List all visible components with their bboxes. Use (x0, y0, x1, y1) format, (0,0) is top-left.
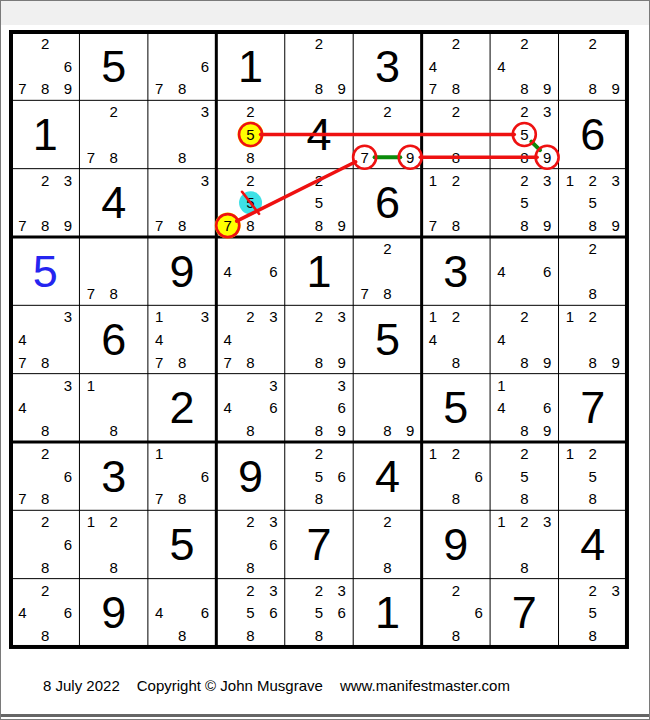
candidate-grid: 258 (216, 100, 284, 168)
candidate-grid: 1278 (422, 169, 490, 237)
candidate-7: 7 (148, 214, 171, 237)
candidate-9: 9 (536, 419, 559, 442)
candidate-6: 6 (330, 396, 353, 419)
cell-r4c7[interactable]: 3 (422, 237, 490, 305)
candidate-1: 1 (422, 305, 445, 328)
candidate-9: 9 (330, 419, 353, 442)
candidate-6 (330, 191, 353, 214)
candidate-4 (559, 601, 582, 624)
candidate-5 (34, 328, 57, 351)
cell-r7c4[interactable]: 9 (216, 442, 284, 510)
candidate-4: 4 (490, 260, 513, 283)
candidate-1 (285, 169, 308, 192)
cell-r4c5[interactable]: 1 (285, 237, 353, 305)
candidate-4 (559, 465, 582, 488)
cell-r8c1[interactable]: 268 (11, 510, 79, 578)
candidate-4 (285, 191, 308, 214)
candidate-1: 1 (79, 510, 102, 533)
candidate-2 (171, 579, 194, 602)
candidate-7 (11, 556, 34, 579)
solved-digit: 3 (375, 44, 400, 89)
candidate-2: 2 (513, 169, 536, 192)
cell-r3c7[interactable]: 1278 (422, 169, 490, 237)
candidate-1 (11, 579, 34, 602)
cell-r1c9[interactable]: 289 (559, 32, 627, 100)
cell-r7c7[interactable]: 1268 (422, 442, 490, 510)
bottom-bar (1, 714, 649, 717)
candidate-2: 2 (581, 305, 604, 328)
cell-r2c8[interactable]: 23589 (490, 100, 558, 168)
candidate-4 (559, 260, 582, 283)
candidate-7 (422, 351, 445, 374)
candidate-grid: 1258 (559, 442, 627, 510)
candidate-1: 1 (148, 442, 171, 465)
solved-digit: 4 (580, 522, 605, 567)
cell-r6c9[interactable]: 7 (559, 374, 627, 442)
candidate-2 (308, 374, 331, 397)
candidate-1 (11, 32, 34, 55)
cell-r4c9[interactable]: 28 (559, 237, 627, 305)
candidate-6: 6 (57, 55, 80, 78)
cell-r1c5[interactable]: 289 (285, 32, 353, 100)
candidate-9: 9 (330, 214, 353, 237)
candidate-3 (536, 442, 559, 465)
candidate-7: 7 (148, 351, 171, 374)
cell-r5c2[interactable]: 6 (79, 305, 147, 373)
cell-r3c6[interactable]: 6 (353, 169, 421, 237)
candidate-6 (194, 123, 217, 146)
candidate-9 (467, 146, 490, 169)
candidate-8: 8 (376, 556, 399, 579)
cell-r5c9[interactable]: 1289 (559, 305, 627, 373)
candidate-3 (57, 510, 80, 533)
candidate-5 (239, 396, 262, 419)
candidate-7 (11, 419, 34, 442)
cell-r5c3[interactable]: 13478 (148, 305, 216, 373)
candidate-7 (559, 488, 582, 511)
cell-r3c8[interactable]: 23589 (490, 169, 558, 237)
cell-r1c3[interactable]: 678 (148, 32, 216, 100)
candidate-1 (353, 237, 376, 260)
candidate-1 (285, 579, 308, 602)
candidate-5 (513, 55, 536, 78)
cell-r1c7[interactable]: 2478 (422, 32, 490, 100)
candidate-8: 8 (308, 488, 331, 511)
solved-digit: 6 (580, 112, 605, 157)
cell-r4c1[interactable]: 5 (11, 237, 79, 305)
sudoku-board: 2678956781289324782489289127838258427928… (11, 32, 627, 647)
candidate-2 (171, 100, 194, 123)
candidate-grid: 128 (79, 510, 147, 578)
cell-r9c2[interactable]: 9 (79, 579, 147, 647)
candidate-6 (604, 191, 627, 214)
cell-r6c5[interactable]: 3689 (285, 374, 353, 442)
cell-r2c3[interactable]: 38 (148, 100, 216, 168)
solved-digit: 9 (443, 522, 468, 567)
candidate-3 (604, 305, 627, 328)
candidate-1 (216, 100, 239, 123)
cell-r5c8[interactable]: 2489 (490, 305, 558, 373)
candidate-8: 8 (239, 351, 262, 374)
cell-r8c3[interactable]: 5 (148, 510, 216, 578)
solved-digit: 1 (238, 44, 263, 89)
cell-r2c5[interactable]: 4 (285, 100, 353, 168)
candidate-4 (353, 123, 376, 146)
candidate-4: 4 (490, 396, 513, 419)
candidate-grid: 2578 (216, 169, 284, 237)
cell-r9c4[interactable]: 23568 (216, 579, 284, 647)
candidate-2: 2 (34, 32, 57, 55)
cell-r9c9[interactable]: 2358 (559, 579, 627, 647)
candidate-1: 1 (559, 442, 582, 465)
candidate-3 (536, 305, 559, 328)
candidate-grid: 2389 (285, 305, 353, 373)
candidate-1 (148, 169, 171, 192)
candidate-4: 4 (422, 328, 445, 351)
cell-r3c4[interactable]: 2578 (216, 169, 284, 237)
cell-r3c3[interactable]: 378 (148, 169, 216, 237)
candidate-1: 1 (422, 169, 445, 192)
candidate-1: 1 (148, 305, 171, 328)
candidate-9: 9 (57, 214, 80, 237)
candidate-7 (11, 624, 34, 647)
candidate-8: 8 (239, 556, 262, 579)
candidate-9: 9 (330, 78, 353, 101)
cell-r6c4[interactable]: 3468 (216, 374, 284, 442)
candidate-grid: 2678 (11, 442, 79, 510)
candidate-grid: 28 (559, 237, 627, 305)
candidate-4 (490, 123, 513, 146)
candidate-6 (262, 328, 285, 351)
candidate-8: 8 (376, 419, 399, 442)
candidate-8: 8 (171, 146, 194, 169)
candidate-3 (399, 374, 422, 397)
cell-r7c1[interactable]: 2678 (11, 442, 79, 510)
candidate-3: 3 (330, 579, 353, 602)
candidate-3: 3 (262, 579, 285, 602)
candidate-grid: 13478 (148, 305, 216, 373)
candidate-5: 5 (581, 465, 604, 488)
cell-r6c3[interactable]: 2 (148, 374, 216, 442)
solved-digit: 9 (238, 454, 263, 499)
candidate-5: 5 (239, 191, 262, 214)
solved-digit: 1 (306, 249, 331, 294)
candidate-5 (513, 396, 536, 419)
solved-digit: 4 (306, 112, 331, 157)
candidate-3 (604, 32, 627, 55)
cell-r1c2[interactable]: 5 (79, 32, 147, 100)
cell-r8c8[interactable]: 1238 (490, 510, 558, 578)
cell-r2c7[interactable]: 28 (422, 100, 490, 168)
candidate-5 (444, 465, 467, 488)
cell-r2c1[interactable]: 1 (11, 100, 79, 168)
candidate-2 (376, 374, 399, 397)
cell-r2c2[interactable]: 278 (79, 100, 147, 168)
cell-r5c5[interactable]: 2389 (285, 305, 353, 373)
cell-r9c6[interactable]: 1 (353, 579, 421, 647)
candidate-6 (536, 55, 559, 78)
candidate-9 (467, 214, 490, 237)
candidate-7: 7 (422, 214, 445, 237)
candidate-5 (34, 601, 57, 624)
cell-r1c8[interactable]: 2489 (490, 32, 558, 100)
candidate-2: 2 (513, 442, 536, 465)
candidate-4: 4 (216, 328, 239, 351)
cell-r9c3[interactable]: 468 (148, 579, 216, 647)
candidate-4: 4 (11, 601, 34, 624)
candidate-1 (353, 374, 376, 397)
cell-r9c5[interactable]: 23568 (285, 579, 353, 647)
candidate-1 (285, 442, 308, 465)
candidate-6 (125, 533, 148, 556)
candidate-8: 8 (444, 214, 467, 237)
candidate-6 (604, 55, 627, 78)
candidate-8: 8 (34, 624, 57, 647)
candidate-6 (536, 191, 559, 214)
candidate-1 (216, 579, 239, 602)
candidate-2 (239, 374, 262, 397)
candidate-2 (513, 237, 536, 260)
candidate-grid: 28 (422, 100, 490, 168)
solved-digit: 5 (375, 317, 400, 362)
candidate-9 (262, 351, 285, 374)
cell-r2c9[interactable]: 6 (559, 100, 627, 168)
cell-r4c4[interactable]: 46 (216, 237, 284, 305)
candidate-4 (148, 191, 171, 214)
candidate-9: 9 (57, 78, 80, 101)
candidate-4 (490, 533, 513, 556)
cell-r7c6[interactable]: 4 (353, 442, 421, 510)
candidate-6: 6 (262, 396, 285, 419)
candidate-grid: 378 (148, 169, 216, 237)
candidate-6: 6 (194, 55, 217, 78)
candidate-6 (536, 533, 559, 556)
candidate-9 (57, 624, 80, 647)
cell-r2c4[interactable]: 258 (216, 100, 284, 168)
candidate-5 (102, 396, 125, 419)
candidate-6 (604, 260, 627, 283)
candidate-9 (399, 283, 422, 306)
cell-r3c2[interactable]: 4 (79, 169, 147, 237)
candidate-3 (125, 374, 148, 397)
cell-r6c2[interactable]: 18 (79, 374, 147, 442)
cell-r9c7[interactable]: 268 (422, 579, 490, 647)
candidate-7 (353, 556, 376, 579)
cell-r1c4[interactable]: 1 (216, 32, 284, 100)
cell-r2c6[interactable]: 279 (353, 100, 421, 168)
candidate-9: 9 (536, 78, 559, 101)
cell-r4c6[interactable]: 278 (353, 237, 421, 305)
candidate-3 (194, 32, 217, 55)
cell-r7c3[interactable]: 1678 (148, 442, 216, 510)
candidate-4 (490, 465, 513, 488)
candidate-6 (125, 260, 148, 283)
candidate-grid: 2358 (559, 579, 627, 647)
cell-r3c5[interactable]: 2589 (285, 169, 353, 237)
candidate-7 (490, 78, 513, 101)
candidate-4 (79, 533, 102, 556)
candidate-2: 2 (34, 579, 57, 602)
candidate-2: 2 (444, 169, 467, 192)
candidate-grid: 3689 (285, 374, 353, 442)
candidate-1 (353, 510, 376, 533)
candidate-6 (125, 123, 148, 146)
cell-r6c7[interactable]: 5 (422, 374, 490, 442)
candidate-8: 8 (34, 419, 57, 442)
cell-r7c5[interactable]: 2568 (285, 442, 353, 510)
cell-r5c6[interactable]: 5 (353, 305, 421, 373)
candidate-1: 1 (559, 169, 582, 192)
candidate-5 (308, 396, 331, 419)
cell-r8c5[interactable]: 7 (285, 510, 353, 578)
cell-r4c2[interactable]: 78 (79, 237, 147, 305)
candidate-6 (262, 123, 285, 146)
candidate-2: 2 (581, 579, 604, 602)
cell-r5c4[interactable]: 23478 (216, 305, 284, 373)
candidate-grid: 28 (353, 510, 421, 578)
candidate-8: 8 (308, 624, 331, 647)
candidate-7 (148, 624, 171, 647)
candidate-grid: 278 (79, 100, 147, 168)
candidate-9 (194, 488, 217, 511)
candidate-5 (444, 55, 467, 78)
candidate-8: 8 (239, 214, 262, 237)
cell-r3c1[interactable]: 23789 (11, 169, 79, 237)
candidate-4 (422, 601, 445, 624)
candidate-grid: 2468 (11, 579, 79, 647)
candidate-5 (308, 328, 331, 351)
candidate-6 (536, 465, 559, 488)
candidate-grid: 2368 (216, 510, 284, 578)
candidate-2: 2 (34, 510, 57, 533)
cell-r7c8[interactable]: 258 (490, 442, 558, 510)
candidate-4: 4 (148, 601, 171, 624)
candidate-3 (536, 237, 559, 260)
candidate-1 (559, 32, 582, 55)
candidate-5 (171, 601, 194, 624)
cell-r8c7[interactable]: 9 (422, 510, 490, 578)
candidate-grid: 26789 (11, 32, 79, 100)
cell-r6c8[interactable]: 14689 (490, 374, 558, 442)
candidate-4 (216, 123, 239, 146)
candidate-1 (490, 442, 513, 465)
candidate-6 (467, 328, 490, 351)
cell-r7c9[interactable]: 1258 (559, 442, 627, 510)
candidate-5 (171, 123, 194, 146)
cell-r1c6[interactable]: 3 (353, 32, 421, 100)
candidate-6: 6 (57, 601, 80, 624)
cell-r6c6[interactable]: 89 (353, 374, 421, 442)
candidate-grid: 46 (216, 237, 284, 305)
candidate-9: 9 (330, 351, 353, 374)
candidate-7 (353, 419, 376, 442)
candidate-7 (285, 78, 308, 101)
cell-r6c1[interactable]: 348 (11, 374, 79, 442)
candidate-2: 2 (376, 237, 399, 260)
candidate-6: 6 (194, 465, 217, 488)
candidate-3 (399, 237, 422, 260)
candidate-7: 7 (353, 283, 376, 306)
candidate-7 (490, 488, 513, 511)
candidate-5 (239, 260, 262, 283)
candidate-4: 4 (490, 55, 513, 78)
candidate-2: 2 (581, 169, 604, 192)
candidate-grid: 468 (148, 579, 216, 647)
footer: 8 July 2022 Copyright © John Musgrave ww… (43, 677, 510, 694)
candidate-9 (536, 556, 559, 579)
cell-r3c9[interactable]: 123589 (559, 169, 627, 237)
candidate-1 (11, 374, 34, 397)
candidate-2: 2 (376, 100, 399, 123)
candidate-8: 8 (513, 78, 536, 101)
candidate-2: 2 (444, 579, 467, 602)
candidate-3: 3 (194, 100, 217, 123)
candidate-grid: 23789 (11, 169, 79, 237)
cell-r9c8[interactable]: 7 (490, 579, 558, 647)
cell-r9c1[interactable]: 2468 (11, 579, 79, 647)
cell-r1c1[interactable]: 26789 (11, 32, 79, 100)
candidate-9 (604, 488, 627, 511)
cell-r5c7[interactable]: 1248 (422, 305, 490, 373)
candidate-9 (57, 488, 80, 511)
cell-r7c2[interactable]: 3 (79, 442, 147, 510)
candidate-4: 4 (11, 396, 34, 419)
solved-digit: 5 (443, 385, 468, 430)
candidate-2: 2 (513, 100, 536, 123)
candidate-5 (171, 328, 194, 351)
candidate-2 (171, 305, 194, 328)
candidate-grid: 348 (11, 374, 79, 442)
cell-r8c9[interactable]: 4 (559, 510, 627, 578)
cell-r8c2[interactable]: 128 (79, 510, 147, 578)
candidate-4: 4 (422, 55, 445, 78)
candidate-6: 6 (330, 465, 353, 488)
cell-r4c8[interactable]: 46 (490, 237, 558, 305)
candidate-grid: 23589 (490, 169, 558, 237)
candidate-7 (559, 351, 582, 374)
candidate-3 (467, 100, 490, 123)
candidate-1 (285, 374, 308, 397)
candidate-1 (148, 579, 171, 602)
candidate-6 (57, 191, 80, 214)
candidate-grid: 289 (559, 32, 627, 100)
candidate-grid: 1238 (490, 510, 558, 578)
candidate-7 (422, 146, 445, 169)
candidate-5: 5 (513, 191, 536, 214)
cell-r8c6[interactable]: 28 (353, 510, 421, 578)
candidate-6: 6 (57, 465, 80, 488)
cell-r5c1[interactable]: 3478 (11, 305, 79, 373)
candidate-grid: 2478 (422, 32, 490, 100)
candidate-1 (79, 237, 102, 260)
candidate-7 (216, 556, 239, 579)
entered-digit: 5 (33, 249, 58, 294)
candidate-1 (490, 32, 513, 55)
candidate-6 (604, 465, 627, 488)
candidate-grid: 2589 (285, 169, 353, 237)
candidate-2: 2 (444, 100, 467, 123)
candidate-5: 5 (513, 123, 536, 146)
candidate-3 (604, 442, 627, 465)
candidate-5 (376, 396, 399, 419)
candidate-4 (285, 328, 308, 351)
candidate-5: 5 (239, 123, 262, 146)
cell-r4c3[interactable]: 9 (148, 237, 216, 305)
candidate-7 (490, 556, 513, 579)
candidate-6 (262, 191, 285, 214)
candidate-7: 7 (11, 214, 34, 237)
cell-r8c4[interactable]: 2368 (216, 510, 284, 578)
